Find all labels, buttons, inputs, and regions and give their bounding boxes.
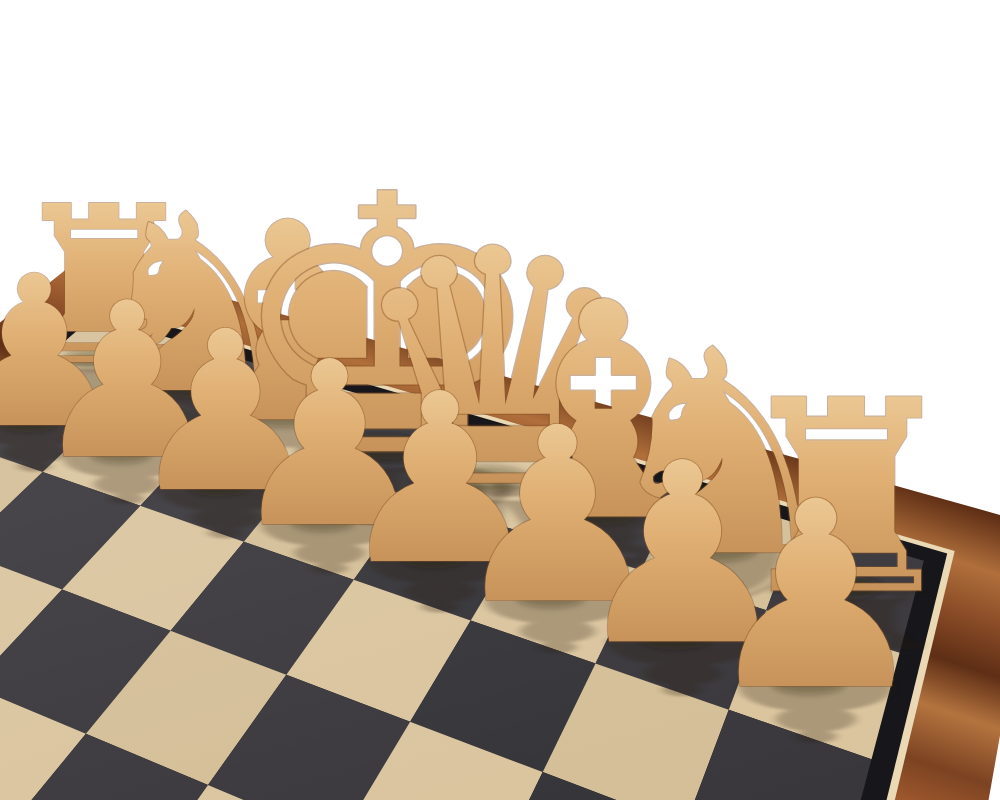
white-pawn-a2: ♟ [700,447,931,747]
chess-set-photo: ♜♜♞♞♝♝♟♟♚♚♟♟♛♛♟♟♝♝♟♟♞♞♟♟♜♜♟♟♟♟♟♟ [0,0,1000,800]
chess-scene: ♜♜♞♞♝♝♟♟♚♚♟♟♛♛♟♟♝♝♟♟♞♞♟♟♜♜♟♟♟♟♟♟ [0,0,1000,800]
